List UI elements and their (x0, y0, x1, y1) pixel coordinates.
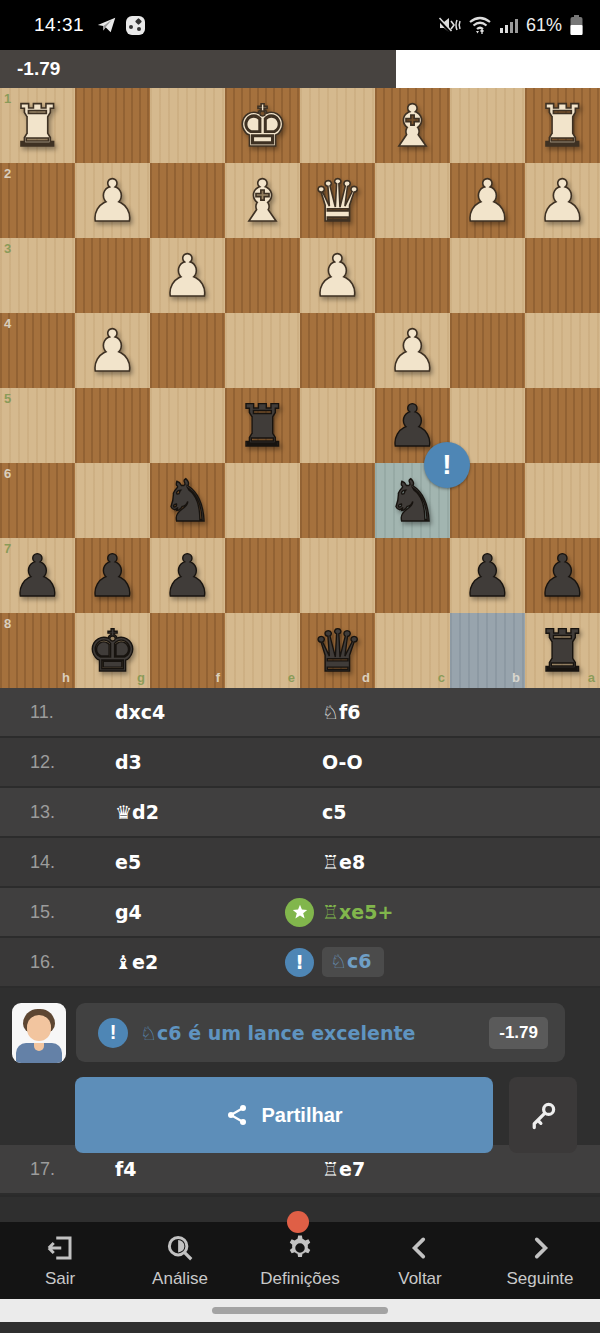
home-indicator[interactable] (212, 1307, 388, 1314)
nav-label: Sair (45, 1269, 75, 1289)
white-pawn-g2[interactable]: ♟ (75, 163, 150, 238)
nav-label: Seguinte (506, 1269, 573, 1289)
move-row-14: 14.e5♖e8 (0, 838, 600, 888)
evaluation-white-portion (396, 50, 600, 88)
square-h7[interactable]: 7♟ (0, 538, 75, 613)
eval-badge: -1.79 (489, 1017, 548, 1049)
square-h6[interactable]: 6 (0, 463, 75, 538)
square-e2[interactable]: ♝ (225, 163, 300, 238)
white-move[interactable]: dxc4 (115, 701, 285, 723)
white-pawn-b2[interactable]: ♟ (450, 163, 525, 238)
square-h1[interactable]: 1♜ (0, 88, 75, 163)
analysis-area: ! ♘c6 é um lance excelente -1.79 Partilh… (0, 988, 600, 1145)
battery-icon (569, 13, 584, 37)
square-a3[interactable] (525, 238, 600, 313)
square-e5[interactable]: ♜ (225, 388, 300, 463)
square-h2[interactable]: 2 (0, 163, 75, 238)
black-pawn-g7[interactable]: ♟ (75, 538, 150, 613)
rank-label-6: 6 (4, 467, 11, 480)
file-label-h: h (62, 671, 70, 684)
square-a8[interactable]: a♜ (525, 613, 600, 688)
excellent-move-icon: ! (285, 948, 314, 977)
move-number: 12. (0, 752, 115, 773)
best-move-star-icon (285, 898, 314, 927)
file-label-f: f (216, 671, 220, 684)
white-pawn-f3[interactable]: ♟ (150, 238, 225, 313)
square-g8[interactable]: g♚ (75, 613, 150, 688)
move-row-11: 11.dxc4♘f6 (0, 688, 600, 738)
white-rook-a1[interactable]: ♜ (525, 88, 600, 163)
square-d8[interactable]: d♛ (300, 613, 375, 688)
white-bishop-e2[interactable]: ♝ (225, 163, 300, 238)
square-a4[interactable] (525, 313, 600, 388)
square-e1[interactable]: ♚ (225, 88, 300, 163)
white-rook-h1[interactable]: ♜ (0, 88, 75, 163)
square-b7[interactable]: ♟ (450, 538, 525, 613)
square-g3[interactable] (75, 238, 150, 313)
square-f1[interactable] (150, 88, 225, 163)
square-d5[interactable] (300, 388, 375, 463)
white-pawn-d3[interactable]: ♟ (300, 238, 375, 313)
black-move-text: c5 (322, 801, 346, 823)
status-bar: 14:31 61% (0, 0, 600, 50)
square-g1[interactable] (75, 88, 150, 163)
black-move[interactable]: !♘c6 (285, 947, 600, 977)
square-f7[interactable]: ♟ (150, 538, 225, 613)
rank-label-3: 3 (4, 242, 11, 255)
white-move[interactable]: g4 (115, 901, 285, 923)
move-row-12: 12.d3O-O (0, 738, 600, 788)
white-move[interactable]: d3 (115, 751, 285, 773)
chevron-left-icon (407, 1233, 433, 1263)
black-move-text: ♖xe5+ (322, 901, 393, 923)
excellent-move-icon: ! (98, 1018, 128, 1048)
square-f3[interactable]: ♟ (150, 238, 225, 313)
square-b8[interactable]: b (450, 613, 525, 688)
clock: 14:31 (34, 14, 84, 36)
excellent-move-board-badge: ! (424, 442, 470, 488)
rank-label-2: 2 (4, 167, 11, 180)
square-h8[interactable]: 8h (0, 613, 75, 688)
rank-label-8: 8 (4, 617, 11, 630)
square-e4[interactable] (225, 313, 300, 388)
white-pawn-a2[interactable]: ♟ (525, 163, 600, 238)
nav-sair[interactable]: Sair (0, 1222, 120, 1299)
nav-label: Definições (260, 1269, 339, 1289)
white-bishop-c1[interactable]: ♝ (375, 88, 450, 163)
square-d7[interactable] (300, 538, 375, 613)
white-move[interactable]: e5 (115, 851, 285, 873)
mistake-icon-peek (287, 1211, 309, 1233)
nav-analise[interactable]: Análise (120, 1222, 240, 1299)
move-row-13: 13.♛d2c5 (0, 788, 600, 838)
white-king-e1[interactable]: ♚ (225, 88, 300, 163)
black-pawn-h7[interactable]: ♟ (0, 538, 75, 613)
black-move[interactable]: c5 (285, 801, 600, 823)
black-move[interactable]: ♖e7 (285, 1158, 600, 1180)
share-button[interactable]: Partilhar (75, 1077, 493, 1153)
evaluation-score: -1.79 (17, 58, 60, 80)
rank-label-5: 5 (4, 392, 11, 405)
square-h4[interactable]: 4 (0, 313, 75, 388)
square-c2[interactable] (375, 163, 450, 238)
white-move[interactable]: f4 (115, 1158, 285, 1180)
share-button-label: Partilhar (261, 1104, 342, 1127)
square-c7[interactable] (375, 538, 450, 613)
square-d3[interactable]: ♟ (300, 238, 375, 313)
black-queen-d8[interactable]: ♛ (300, 613, 375, 688)
square-g6[interactable] (75, 463, 150, 538)
square-g2[interactable]: ♟ (75, 163, 150, 238)
move-number: 16. (0, 952, 115, 973)
nav-label: Voltar (398, 1269, 441, 1289)
black-move[interactable]: O-O (285, 751, 600, 773)
analysis-icon (165, 1233, 195, 1263)
black-pawn-b7[interactable]: ♟ (450, 538, 525, 613)
square-b3[interactable] (450, 238, 525, 313)
square-d4[interactable] (300, 313, 375, 388)
square-g7[interactable]: ♟ (75, 538, 150, 613)
square-f6[interactable]: ♞ (150, 463, 225, 538)
file-label-e: e (288, 671, 295, 684)
move-comment-text: ♘c6 é um lance excelente (140, 1022, 489, 1044)
white-move[interactable]: ♛d2 (115, 801, 285, 823)
square-d6[interactable] (300, 463, 375, 538)
key-button[interactable] (509, 1077, 577, 1153)
square-g4[interactable]: ♟ (75, 313, 150, 388)
telegram-icon (96, 14, 118, 36)
square-e7[interactable] (225, 538, 300, 613)
black-move[interactable]: ♖e8 (285, 851, 600, 873)
black-move-text: O-O (322, 751, 363, 773)
bottom-nav: SairAnáliseDefiniçõesVoltarSeguinte (0, 1222, 600, 1299)
battery-percent: 61% (526, 15, 562, 36)
file-label-b: b (512, 671, 520, 684)
square-c1[interactable]: ♝ (375, 88, 450, 163)
list-divider-strip (0, 1195, 600, 1222)
move-list: 11.dxc4♘f612.d3O-O13.♛d2c514.e5♖e815.g4♖… (0, 688, 600, 988)
black-rook-e5[interactable]: ♜ (225, 388, 300, 463)
square-b4[interactable] (450, 313, 525, 388)
square-h5[interactable]: 5 (0, 388, 75, 463)
square-f8[interactable]: f (150, 613, 225, 688)
square-f4[interactable] (150, 313, 225, 388)
wifi-icon (468, 15, 492, 35)
gear-icon (285, 1233, 315, 1263)
black-move-text: ♘c6 (322, 947, 384, 977)
chevron-right-icon (527, 1233, 553, 1263)
nav-definicoes[interactable]: Definições (240, 1222, 360, 1299)
black-knight-f6[interactable]: ♞ (150, 463, 225, 538)
square-c4[interactable]: ♟ (375, 313, 450, 388)
coach-avatar (12, 1003, 66, 1063)
square-a7[interactable]: ♟ (525, 538, 600, 613)
exit-icon (45, 1233, 75, 1263)
square-f5[interactable] (150, 388, 225, 463)
move-row-16: 16.♝e2!♘c6 (0, 938, 600, 988)
white-queen-d2[interactable]: ♛ (300, 163, 375, 238)
black-move-text: ♖e7 (322, 1158, 365, 1180)
square-a5[interactable] (525, 388, 600, 463)
square-b2[interactable]: ♟ (450, 163, 525, 238)
white-pawn-c4[interactable]: ♟ (375, 313, 450, 388)
black-move-text: ♖e8 (322, 851, 365, 873)
move-number: 13. (0, 802, 115, 823)
square-f2[interactable] (150, 163, 225, 238)
nav-voltar[interactable]: Voltar (360, 1222, 480, 1299)
move-number: 11. (0, 702, 115, 723)
rank-label-4: 4 (4, 317, 11, 330)
square-e8[interactable]: e (225, 613, 300, 688)
mute-vibrate-icon (437, 14, 461, 36)
move-number: 17. (0, 1159, 115, 1180)
square-b1[interactable] (450, 88, 525, 163)
square-a1[interactable]: ♜ (525, 88, 600, 163)
black-pawn-f7[interactable]: ♟ (150, 538, 225, 613)
square-d2[interactable]: ♛ (300, 163, 375, 238)
black-move-text: ♘f6 (322, 701, 361, 723)
black-move[interactable]: ♖xe5+ (285, 898, 600, 927)
signal-icon (499, 15, 519, 35)
square-g5[interactable] (75, 388, 150, 463)
black-move[interactable]: ♘f6 (285, 701, 600, 723)
square-e6[interactable] (225, 463, 300, 538)
square-a6[interactable] (525, 463, 600, 538)
black-pawn-a7[interactable]: ♟ (525, 538, 600, 613)
square-d1[interactable] (300, 88, 375, 163)
move-row-15: 15.g4♖xe5+ (0, 888, 600, 938)
game-launcher-icon (126, 16, 145, 35)
square-h3[interactable]: 3 (0, 238, 75, 313)
black-king-g8[interactable]: ♚ (75, 613, 150, 688)
nav-seguinte[interactable]: Seguinte (480, 1222, 600, 1299)
nav-label: Análise (152, 1269, 208, 1289)
evaluation-bar: -1.79 (0, 50, 600, 88)
move-comment-box: ! ♘c6 é um lance excelente -1.79 (76, 1003, 565, 1062)
black-rook-a8[interactable]: ♜ (525, 613, 600, 688)
square-e3[interactable] (225, 238, 300, 313)
white-pawn-g4[interactable]: ♟ (75, 313, 150, 388)
gesture-area (0, 1299, 600, 1322)
move-number: 14. (0, 852, 115, 873)
white-move[interactable]: ♝e2 (115, 951, 285, 973)
move-number: 15. (0, 902, 115, 923)
square-a2[interactable]: ♟ (525, 163, 600, 238)
square-c3[interactable] (375, 238, 450, 313)
square-c8[interactable]: c (375, 613, 450, 688)
key-icon (528, 1100, 558, 1130)
share-icon (225, 1103, 249, 1127)
chess-board[interactable]: 1♜♚♝♜2♟♝♛♟♟3♟♟4♟♟5♜♟6♞♞7♟♟♟♟♟8hg♚fed♛cba… (0, 88, 600, 688)
file-label-c: c (438, 671, 445, 684)
